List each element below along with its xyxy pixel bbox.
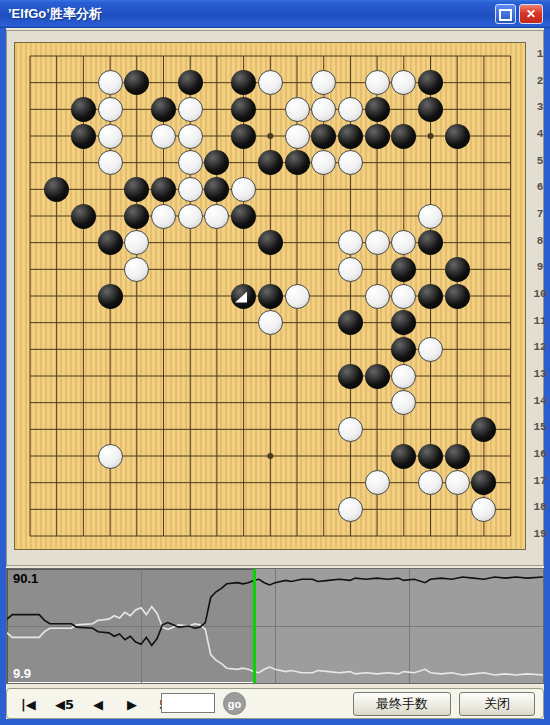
stone-white [391,284,416,309]
stone-black [418,97,443,122]
stone-black [231,284,256,309]
stone-white [258,310,283,335]
stone-black [258,284,283,309]
maximize-button[interactable] [495,4,516,24]
stone-white [151,204,176,229]
elfgo-analysis-window: ’ElfGo’胜率分析 ✕ ABCDEFGHIJKLMNOPQRS 123456… [0,0,550,725]
board-panel: ABCDEFGHIJKLMNOPQRS 12345678910111213141… [6,30,544,566]
stone-white [285,124,310,149]
stone-black [98,284,123,309]
nav-forward[interactable]: ▶ [125,694,139,714]
stone-black [338,364,363,389]
stone-black [44,177,69,202]
row-label-7: 7 [531,208,549,220]
stone-black [418,284,443,309]
stone-white [338,257,363,282]
stone-white [204,204,229,229]
stone-white [98,444,123,469]
stone-black [391,444,416,469]
stone-white [365,230,390,255]
stone-white [391,364,416,389]
stone-black [151,177,176,202]
stone-black [391,337,416,362]
stone-white [124,257,149,282]
title-bar[interactable]: ’ElfGo’胜率分析 ✕ [0,0,550,28]
last-move-triangle-mark [235,292,247,303]
stone-white [338,417,363,442]
stone-black [71,124,96,149]
stone-white [98,97,123,122]
row-label-12: 12 [531,341,549,353]
stone-white [98,150,123,175]
stone-black [445,444,470,469]
stone-white [231,177,256,202]
stone-white [418,204,443,229]
stone-black [178,70,203,95]
stone-black [445,257,470,282]
stone-black [151,97,176,122]
stone-black [285,150,310,175]
stone-black [231,204,256,229]
stone-white [365,470,390,495]
go-button[interactable]: go [223,692,246,715]
stone-black [338,310,363,335]
row-label-1: 1 [531,48,549,60]
row-label-19: 19 [531,528,549,540]
stone-black [71,204,96,229]
stone-black [391,257,416,282]
stone-white [365,70,390,95]
stone-black [258,150,283,175]
nav-first[interactable]: |◀ [19,694,38,714]
stone-white [365,284,390,309]
current-move-cursor[interactable] [253,569,256,683]
stone-white [418,337,443,362]
go-board[interactable] [14,42,526,550]
stone-black [391,124,416,149]
row-label-16: 16 [531,448,549,460]
winrate-lines [7,569,543,683]
row-label-5: 5 [531,155,549,167]
nav-back-5[interactable]: ◀5 [53,694,76,714]
stone-white [445,470,470,495]
stone-white [338,97,363,122]
window-border-bottom [0,719,550,725]
stone-white [338,497,363,522]
stone-black [98,230,123,255]
row-label-18: 18 [531,501,549,513]
stone-black [231,124,256,149]
stone-black [124,204,149,229]
stone-black [418,444,443,469]
stone-white [151,124,176,149]
close-dialog-button[interactable]: 关闭 [459,692,535,716]
stone-white [258,70,283,95]
stone-black [418,70,443,95]
stone-white [285,284,310,309]
stone-black [365,124,390,149]
stone-black [338,124,363,149]
row-label-2: 2 [531,75,549,87]
stone-black [445,284,470,309]
stone-black [258,230,283,255]
stone-white [178,124,203,149]
window-title: ’ElfGo’胜率分析 [8,5,102,23]
navigation-bar: |◀◀5◀▶5▶▶| go 最终手数 关闭 [6,688,544,719]
move-number-input[interactable] [161,693,215,713]
stone-white [338,150,363,175]
row-label-11: 11 [531,315,549,327]
row-label-3: 3 [531,101,549,113]
stone-black [71,97,96,122]
stone-white [98,124,123,149]
row-label-6: 6 [531,181,549,193]
stone-black [124,177,149,202]
row-label-15: 15 [531,421,549,433]
row-label-8: 8 [531,235,549,247]
final-moves-button[interactable]: 最终手数 [353,692,451,716]
black-winrate-label: 90.1 [13,571,38,586]
row-label-13: 13 [531,368,549,380]
white-winrate-label: 9.9 [13,666,31,681]
stone-black [365,97,390,122]
row-label-4: 4 [531,128,549,140]
stone-black [418,230,443,255]
stone-white [311,97,336,122]
stone-white [178,150,203,175]
maximize-icon [499,9,512,21]
close-button[interactable]: ✕ [519,4,543,24]
stone-black [365,364,390,389]
stone-white [285,97,310,122]
stone-white [338,230,363,255]
stone-white [418,470,443,495]
row-label-9: 9 [531,261,549,273]
row-label-14: 14 [531,395,549,407]
stone-black [231,97,256,122]
stone-white [178,204,203,229]
row-label-10: 10 [531,288,549,300]
stone-white [178,177,203,202]
row-label-17: 17 [531,475,549,487]
stone-white [98,70,123,95]
winrate-graph[interactable]: 90.1 9.9 [6,568,544,684]
nav-back[interactable]: ◀ [91,694,105,714]
stone-white [178,97,203,122]
stone-black [311,124,336,149]
stone-black [445,124,470,149]
